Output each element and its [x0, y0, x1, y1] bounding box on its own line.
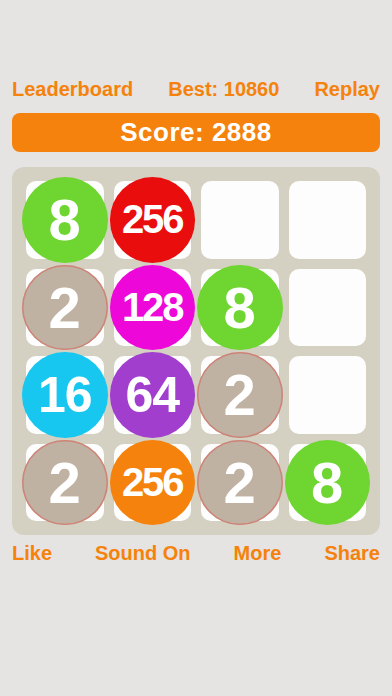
- board-cell: 128: [114, 269, 192, 347]
- board-cell: 2: [201, 356, 279, 434]
- board-cell: [201, 181, 279, 259]
- top-bar: Leaderboard Best: 10860 Replay: [0, 76, 392, 102]
- tile-8: 8: [285, 440, 371, 526]
- bottom-bar: Like Sound On More Share: [0, 540, 392, 566]
- replay-button[interactable]: Replay: [314, 76, 380, 102]
- best-score-label: Best: 10860: [168, 76, 279, 102]
- tile-2: 2: [197, 440, 283, 526]
- board-cell: [289, 269, 367, 347]
- score-banner: Score: 2888: [12, 113, 380, 152]
- board-cell: [289, 356, 367, 434]
- board-cell: 16: [26, 356, 104, 434]
- leaderboard-button[interactable]: Leaderboard: [12, 76, 133, 102]
- tile-128: 128: [110, 265, 196, 351]
- more-button[interactable]: More: [234, 540, 282, 566]
- tile-2: 2: [197, 352, 283, 438]
- board-cell: 8: [201, 269, 279, 347]
- board-cell: 64: [114, 356, 192, 434]
- tile-2: 2: [22, 440, 108, 526]
- sound-toggle-button[interactable]: Sound On: [95, 540, 191, 566]
- board-cell: 8: [26, 181, 104, 259]
- share-button[interactable]: Share: [324, 540, 380, 566]
- tile-64: 64: [110, 352, 196, 438]
- board-cell: [289, 181, 367, 259]
- board-cell: 2: [26, 444, 104, 522]
- tile-8: 8: [22, 177, 108, 263]
- board[interactable]: 82562128816642225628: [12, 167, 380, 535]
- board-cell: 256: [114, 444, 192, 522]
- tile-256: 256: [110, 177, 196, 263]
- board-cell: 2: [26, 269, 104, 347]
- tile-8: 8: [197, 265, 283, 351]
- tile-2: 2: [22, 265, 108, 351]
- tile-16: 16: [22, 352, 108, 438]
- score-text: Score: 2888: [120, 117, 271, 148]
- board-cell: 8: [289, 444, 367, 522]
- tile-256: 256: [110, 440, 196, 526]
- app-screen: Leaderboard Best: 10860 Replay Score: 28…: [0, 0, 392, 696]
- like-button[interactable]: Like: [12, 540, 52, 566]
- board-cell: 2: [201, 444, 279, 522]
- board-cell: 256: [114, 181, 192, 259]
